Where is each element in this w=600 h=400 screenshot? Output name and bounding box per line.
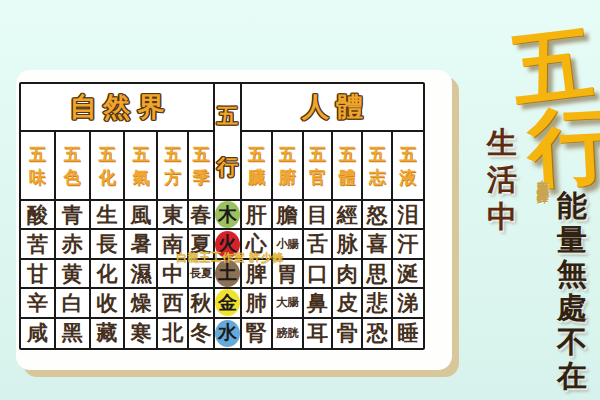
col-header-label: 五色 [62,143,82,188]
element-badge-水: 水 [215,320,240,347]
cell-body-r0-c5: 泪 [393,201,423,230]
cell-body-r2-c4: 思 [363,260,393,289]
cell-nature-r3-c4: 西 [158,289,189,318]
col-header-nature-2: 五化 [91,132,126,201]
slogan-char: 在 [557,361,587,391]
cell-body-r1-c4: 喜 [363,230,393,259]
group-header-nature-label: 自然界 [70,89,172,125]
cell-body-r0-c2: 目 [304,201,334,230]
cell-body-r0-c0: 肝 [242,201,273,230]
cell-nature-r4-c4: 北 [158,319,189,348]
cell-body-r1-c3: 脉 [333,230,363,259]
col-header-nature-1: 五色 [56,132,91,201]
col-header-label: 五味 [28,143,48,188]
group-header-nature: 自然界 [21,84,215,132]
cell-nature-r2-c2: 化 [91,260,126,289]
slogan-char: 無 [557,259,587,289]
cell-nature-r4-c1: 黑 [56,319,91,348]
col-header-nature-5: 五季 [189,132,215,201]
five-elements-poster: 自然界 五行 人體 五味五色五化五氣五方五季五臟五腑五官五體五志五液酸青生風東春… [0,0,600,400]
cell-body-r4-c5: 睡 [393,319,423,348]
cell-element-水: 水 [215,319,242,348]
slogan-char: 活 [487,165,517,195]
element-badge-木: 木 [215,201,240,228]
col-header-body-0: 五臟 [242,132,273,201]
cell-body-r4-c0: 腎 [242,319,273,348]
cell-nature-r4-c5: 冬 [189,319,215,348]
cell-body-r3-c4: 悲 [363,289,393,318]
group-header-body-label: 人體 [302,89,370,125]
group-header-body: 人體 [242,84,423,132]
cell-body-r2-c2: 口 [304,260,334,289]
col-header-label: 五志 [367,143,387,188]
cell-nature-r4-c0: 咸 [21,319,56,348]
slogan-char: 量 [557,225,587,255]
cell-body-r2-c3: 肉 [333,260,363,289]
cell-body-r0-c4: 怒 [363,201,393,230]
col-header-label: 五腑 [277,143,297,188]
cell-nature-r3-c3: 燥 [125,289,158,318]
cell-nature-r1-c1: 赤 [56,230,91,259]
slogan-main: 能量無處不在 [557,191,587,391]
cell-body-r3-c2: 鼻 [304,289,334,318]
cell-nature-r0-c1: 青 [56,201,91,230]
col-header-label: 五官 [308,143,328,188]
col-header-label: 五臟 [247,143,267,188]
cell-nature-r1-c2: 長 [91,230,126,259]
col-header-body-5: 五液 [393,132,423,201]
slogan-char: 能 [557,191,587,221]
cell-nature-r0-c0: 酸 [21,201,56,230]
cell-element-木: 木 [215,201,242,230]
cell-nature-r0-c3: 風 [125,201,158,230]
col-header-body-2: 五官 [304,132,334,201]
cell-body-r3-c0: 肺 [242,289,273,318]
wuxing-grid: 自然界 五行 人體 五味五色五化五氣五方五季五臟五腑五官五體五志五液酸青生風東春… [19,82,425,350]
cell-nature-r3-c0: 辛 [21,289,56,318]
slogan-char: 處 [557,293,587,323]
slogan-char: 不 [557,327,587,357]
cell-body-r3-c3: 皮 [333,289,363,318]
cell-nature-r2-c1: 黄 [56,260,91,289]
group-header-wuxing: 五行 [215,84,242,201]
cell-nature-r0-c5: 春 [189,201,215,230]
cell-body-r4-c4: 恐 [363,319,393,348]
col-header-label: 五體 [338,143,358,188]
cell-nature-r2-c3: 濕 [125,260,158,289]
cell-nature-r0-c4: 東 [158,201,189,230]
cell-nature-r2-c0: 甘 [21,260,56,289]
cell-nature-r3-c1: 白 [56,289,91,318]
watermark-vertical: 白龍王工作室許少鋒 [534,170,551,184]
col-header-label: 五季 [191,143,211,188]
col-header-label: 五方 [163,143,183,188]
col-header-body-3: 五體 [333,132,363,201]
col-header-body-1: 五腑 [273,132,304,201]
cell-body-r4-c3: 骨 [333,319,363,348]
col-header-label: 五液 [398,143,418,188]
cell-body-r1-c5: 汗 [393,230,423,259]
slogan-prefix: 生活中 [487,128,517,232]
cell-nature-r1-c0: 苦 [21,230,56,259]
col-header-label: 五化 [97,143,117,188]
watermark-table: 白龍王工作室 許少鋒 [176,250,284,265]
group-header-wuxing-label: 五行 [216,91,239,192]
slogan-char: 中 [487,202,517,232]
cell-body-r2-c5: 涎 [393,260,423,289]
cell-body-r0-c3: 經 [333,201,363,230]
chart-card: 自然界 五行 人體 五味五色五化五氣五方五季五臟五腑五官五體五志五液酸青生風東春… [16,70,452,370]
cell-body-r0-c1: 膽 [273,201,304,230]
cell-body-r4-c2: 耳 [304,319,334,348]
cell-nature-r3-c2: 收 [91,289,126,318]
col-header-nature-0: 五味 [21,132,56,201]
cell-nature-r4-c2: 藏 [91,319,126,348]
cell-nature-r0-c2: 生 [91,201,126,230]
col-header-body-4: 五志 [363,132,393,201]
col-header-nature-4: 五方 [158,132,189,201]
cell-element-金: 金 [215,289,242,318]
col-header-nature-3: 五氣 [125,132,158,201]
cell-nature-r4-c3: 寒 [125,319,158,348]
col-header-label: 五氣 [131,143,151,188]
slogan-char: 生 [487,128,517,158]
cell-body-r4-c1: 膀胱 [273,319,304,348]
cell-body-r1-c2: 舌 [304,230,334,259]
cell-body-r3-c5: 涕 [393,289,423,318]
element-badge-金: 金 [215,289,240,316]
cell-body-r3-c1: 大腸 [273,289,304,318]
cell-nature-r1-c3: 暑 [125,230,158,259]
cell-nature-r3-c5: 秋 [189,289,215,318]
